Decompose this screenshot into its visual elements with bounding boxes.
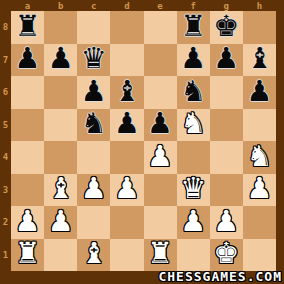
- square-f8[interactable]: ♜: [177, 11, 210, 44]
- square-b1[interactable]: [44, 239, 77, 272]
- white-pawn-e4[interactable]: ♟: [147, 142, 173, 171]
- square-h2[interactable]: [243, 206, 276, 239]
- square-h7[interactable]: ♝: [243, 44, 276, 77]
- square-a6[interactable]: [11, 76, 44, 109]
- square-f6[interactable]: ♞: [177, 76, 210, 109]
- square-b5[interactable]: [44, 109, 77, 142]
- black-queen-c7[interactable]: ♛: [81, 44, 107, 73]
- square-d2[interactable]: [110, 206, 143, 239]
- black-pawn-e5[interactable]: ♟: [147, 109, 173, 138]
- black-pawn-h6[interactable]: ♟: [246, 77, 272, 106]
- square-f7[interactable]: ♟: [177, 44, 210, 77]
- black-rook-f8[interactable]: ♜: [180, 12, 206, 41]
- square-c7[interactable]: ♛: [77, 44, 110, 77]
- square-g7[interactable]: ♟: [210, 44, 243, 77]
- square-e2[interactable]: [144, 206, 177, 239]
- white-knight-f5[interactable]: ♞: [180, 109, 206, 138]
- square-d8[interactable]: [110, 11, 143, 44]
- square-a4[interactable]: [11, 141, 44, 174]
- white-queen-f3[interactable]: ♛: [180, 174, 206, 203]
- square-g2[interactable]: ♟: [210, 206, 243, 239]
- white-king-g1[interactable]: ♚: [213, 239, 239, 268]
- white-pawn-b2[interactable]: ♟: [48, 207, 74, 236]
- white-pawn-d3[interactable]: ♟: [114, 174, 140, 203]
- square-e4[interactable]: ♟: [144, 141, 177, 174]
- white-bishop-b3[interactable]: ♝: [48, 174, 74, 203]
- square-b6[interactable]: [44, 76, 77, 109]
- square-h1[interactable]: [243, 239, 276, 272]
- square-b4[interactable]: [44, 141, 77, 174]
- square-d1[interactable]: [110, 239, 143, 272]
- white-pawn-a2[interactable]: ♟: [15, 207, 41, 236]
- square-b3[interactable]: ♝: [44, 174, 77, 207]
- square-b8[interactable]: [44, 11, 77, 44]
- white-knight-h4[interactable]: ♞: [246, 142, 272, 171]
- black-pawn-a7[interactable]: ♟: [15, 44, 41, 73]
- square-h5[interactable]: [243, 109, 276, 142]
- rank-label-7: 7: [0, 44, 11, 77]
- white-rook-a1[interactable]: ♜: [15, 239, 41, 268]
- square-h8[interactable]: [243, 11, 276, 44]
- black-bishop-d6[interactable]: ♝: [114, 77, 140, 106]
- square-c5[interactable]: ♞: [77, 109, 110, 142]
- black-knight-c5[interactable]: ♞: [81, 109, 107, 138]
- black-rook-a8[interactable]: ♜: [15, 12, 41, 41]
- black-knight-f6[interactable]: ♞: [180, 77, 206, 106]
- file-label-e: e: [144, 0, 177, 11]
- square-c1[interactable]: ♝: [77, 239, 110, 272]
- white-pawn-f2[interactable]: ♟: [180, 207, 206, 236]
- white-pawn-h3[interactable]: ♟: [246, 174, 272, 203]
- square-a5[interactable]: [11, 109, 44, 142]
- file-label-d: d: [110, 0, 143, 11]
- square-d6[interactable]: ♝: [110, 76, 143, 109]
- square-b2[interactable]: ♟: [44, 206, 77, 239]
- square-d4[interactable]: [110, 141, 143, 174]
- square-h4[interactable]: ♞: [243, 141, 276, 174]
- file-label-c: c: [77, 0, 110, 11]
- square-g4[interactable]: [210, 141, 243, 174]
- square-e8[interactable]: [144, 11, 177, 44]
- rank-label-1: 1: [0, 239, 11, 272]
- square-a8[interactable]: ♜: [11, 11, 44, 44]
- white-rook-e1[interactable]: ♜: [147, 239, 173, 268]
- square-f2[interactable]: ♟: [177, 206, 210, 239]
- rank-label-3: 3: [0, 174, 11, 207]
- square-c8[interactable]: [77, 11, 110, 44]
- square-e3[interactable]: [144, 174, 177, 207]
- rank-label-4: 4: [0, 141, 11, 174]
- chess-board-frame: abcdefgh 87654321 ♜♜♚♟♟♛♟♟♝♟♝♞♟♞♟♟♞♟♞♝♟♟…: [0, 0, 284, 284]
- square-f4[interactable]: [177, 141, 210, 174]
- black-pawn-c6[interactable]: ♟: [81, 77, 107, 106]
- chess-board: ♜♜♚♟♟♛♟♟♝♟♝♞♟♞♟♟♞♟♞♝♟♟♛♟♟♟♟♟♜♝♜♚: [11, 11, 276, 271]
- square-b7[interactable]: ♟: [44, 44, 77, 77]
- white-pawn-c3[interactable]: ♟: [81, 174, 107, 203]
- black-bishop-h7[interactable]: ♝: [246, 44, 272, 73]
- square-f3[interactable]: ♛: [177, 174, 210, 207]
- square-f1[interactable]: [177, 239, 210, 272]
- square-g5[interactable]: [210, 109, 243, 142]
- square-d7[interactable]: [110, 44, 143, 77]
- chessgames-watermark: CHESSGAMES.COM: [158, 269, 282, 284]
- square-e6[interactable]: [144, 76, 177, 109]
- square-e1[interactable]: ♜: [144, 239, 177, 272]
- rank-labels: 87654321: [0, 11, 11, 271]
- square-g1[interactable]: ♚: [210, 239, 243, 272]
- square-a1[interactable]: ♜: [11, 239, 44, 272]
- rank-label-5: 5: [0, 109, 11, 142]
- square-a7[interactable]: ♟: [11, 44, 44, 77]
- square-g8[interactable]: ♚: [210, 11, 243, 44]
- white-bishop-c1[interactable]: ♝: [81, 239, 107, 268]
- black-king-g8[interactable]: ♚: [213, 12, 239, 41]
- square-e7[interactable]: [144, 44, 177, 77]
- square-d5[interactable]: ♟: [110, 109, 143, 142]
- square-c6[interactable]: ♟: [77, 76, 110, 109]
- file-label-b: b: [44, 0, 77, 11]
- square-e5[interactable]: ♟: [144, 109, 177, 142]
- rank-label-6: 6: [0, 76, 11, 109]
- square-h3[interactable]: ♟: [243, 174, 276, 207]
- black-pawn-b7[interactable]: ♟: [48, 44, 74, 73]
- black-pawn-f7[interactable]: ♟: [180, 44, 206, 73]
- white-pawn-g2[interactable]: ♟: [213, 207, 239, 236]
- square-c4[interactable]: [77, 141, 110, 174]
- square-h6[interactable]: ♟: [243, 76, 276, 109]
- square-d3[interactable]: ♟: [110, 174, 143, 207]
- square-c2[interactable]: [77, 206, 110, 239]
- rank-label-8: 8: [0, 11, 11, 44]
- square-a2[interactable]: ♟: [11, 206, 44, 239]
- black-pawn-g7[interactable]: ♟: [213, 44, 239, 73]
- rank-label-2: 2: [0, 206, 11, 239]
- square-g3[interactable]: [210, 174, 243, 207]
- square-a3[interactable]: [11, 174, 44, 207]
- square-f5[interactable]: ♞: [177, 109, 210, 142]
- black-pawn-d5[interactable]: ♟: [114, 109, 140, 138]
- square-g6[interactable]: [210, 76, 243, 109]
- square-c3[interactable]: ♟: [77, 174, 110, 207]
- file-label-h: h: [243, 0, 276, 11]
